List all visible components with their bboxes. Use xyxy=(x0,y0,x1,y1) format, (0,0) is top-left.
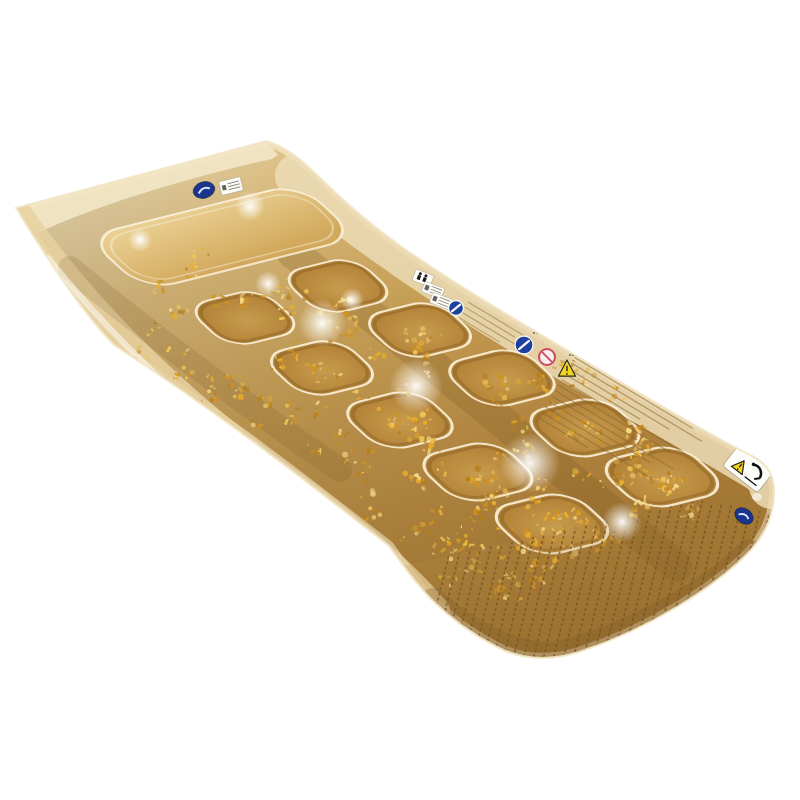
no-diving-prohibition-icon xyxy=(539,349,555,365)
specular-highlight xyxy=(389,359,443,413)
printed-circle-mark xyxy=(752,493,762,501)
product-photo xyxy=(0,0,800,800)
scene-svg xyxy=(0,0,800,800)
specular-highlight xyxy=(298,299,346,347)
inflate-mandatory-icon-2 xyxy=(515,336,533,354)
inflate-mandatory-icon xyxy=(449,301,464,316)
specular-highlight xyxy=(500,433,560,493)
specular-highlight xyxy=(128,228,152,252)
specular-highlight xyxy=(235,191,265,221)
specular-highlight xyxy=(340,288,364,312)
specular-highlight xyxy=(255,271,281,297)
specular-highlight xyxy=(602,502,642,542)
